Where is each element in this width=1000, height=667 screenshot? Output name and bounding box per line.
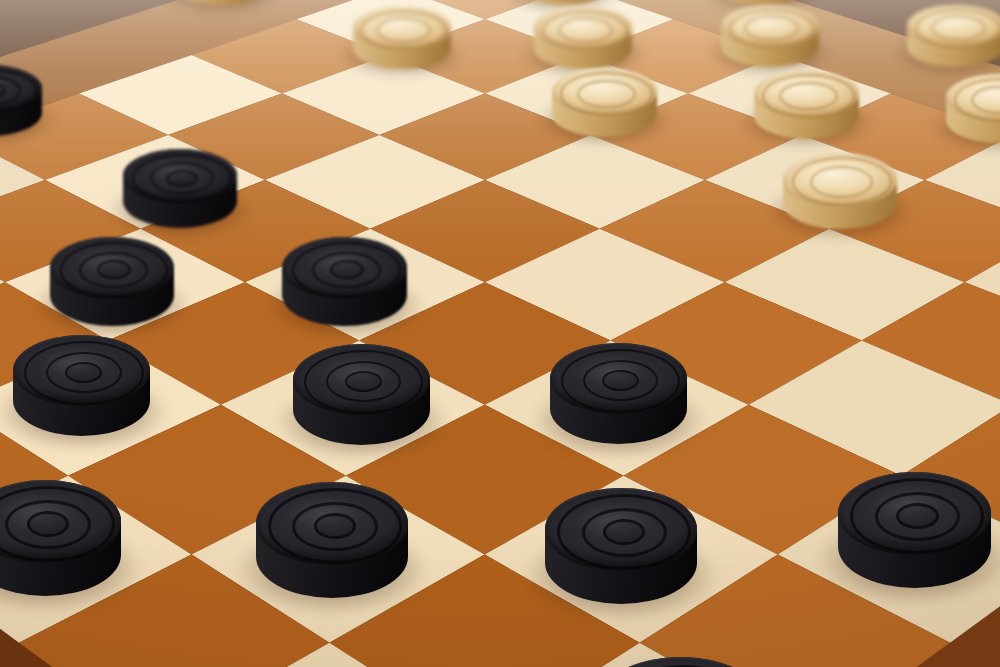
piece-top xyxy=(907,5,1000,47)
dark-checker-piece[interactable] xyxy=(123,149,237,228)
piece-top xyxy=(754,70,860,117)
pieces-layer xyxy=(0,0,1000,667)
dark-checker-piece[interactable] xyxy=(838,472,990,588)
light-checker-piece[interactable] xyxy=(175,0,267,5)
piece-center-dimple xyxy=(896,503,939,529)
piece-top xyxy=(123,149,237,203)
dark-checker-piece[interactable] xyxy=(0,480,121,596)
dark-checker-piece[interactable] xyxy=(0,65,42,136)
piece-top xyxy=(282,237,407,299)
piece-center-dimple xyxy=(27,511,70,537)
piece-ring-inner xyxy=(577,80,636,109)
light-checker-piece[interactable] xyxy=(516,0,608,5)
piece-top xyxy=(534,7,632,49)
piece-top xyxy=(595,657,766,667)
light-checker-piece[interactable] xyxy=(353,7,451,68)
light-checker-piece[interactable] xyxy=(721,5,819,66)
piece-center-dimple xyxy=(97,260,131,279)
piece-ring-inner xyxy=(810,166,873,198)
piece-top xyxy=(50,237,175,299)
dark-checker-piece[interactable] xyxy=(595,657,766,667)
dark-checker-piece[interactable] xyxy=(550,343,687,445)
dark-checker-piece[interactable] xyxy=(13,335,150,437)
piece-top xyxy=(838,472,990,555)
light-checker-piece[interactable] xyxy=(754,70,860,138)
piece-center-dimple xyxy=(603,519,646,545)
piece-top xyxy=(545,488,697,571)
piece-ring-inner xyxy=(931,15,986,41)
light-checker-piece[interactable] xyxy=(716,0,808,5)
piece-top xyxy=(293,344,430,415)
piece-top xyxy=(256,482,408,565)
piece-top xyxy=(353,7,451,49)
piece-top xyxy=(552,68,658,115)
piece-center-dimple xyxy=(602,370,639,391)
piece-center-dimple xyxy=(314,513,357,539)
checkers-photo-scene xyxy=(0,0,1000,667)
light-checker-piece[interactable] xyxy=(907,5,1000,66)
dark-checker-piece[interactable] xyxy=(282,237,407,326)
piece-top xyxy=(550,343,687,414)
light-checker-piece[interactable] xyxy=(552,68,658,136)
dark-checker-piece[interactable] xyxy=(50,237,175,326)
piece-ring-inner xyxy=(744,15,799,41)
dark-checker-piece[interactable] xyxy=(545,488,697,604)
piece-center-dimple xyxy=(330,260,364,279)
dark-checker-piece[interactable] xyxy=(256,482,408,598)
piece-top xyxy=(783,153,897,207)
light-checker-piece[interactable] xyxy=(946,74,1000,142)
piece-top xyxy=(721,5,819,47)
piece-ring-inner xyxy=(376,17,431,43)
piece-center-dimple xyxy=(166,170,197,187)
light-checker-piece[interactable] xyxy=(783,153,897,230)
piece-ring-inner xyxy=(558,17,613,43)
piece-ring-inner xyxy=(779,82,838,111)
piece-top xyxy=(13,335,150,406)
dark-checker-piece[interactable] xyxy=(293,344,430,446)
light-checker-piece[interactable] xyxy=(534,7,632,68)
